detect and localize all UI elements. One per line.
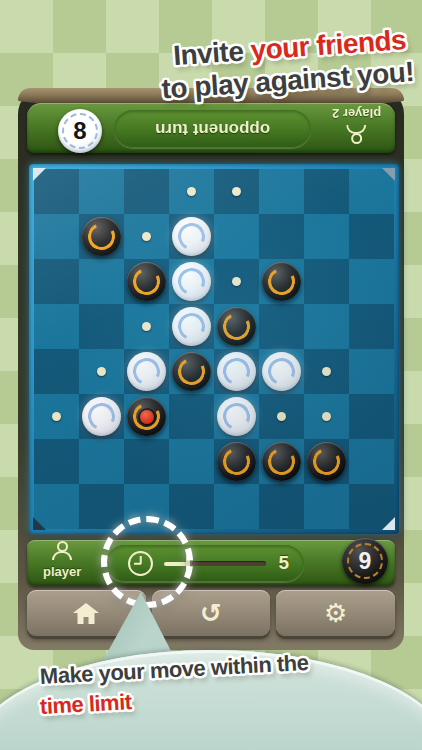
player-bar: player 5 9 — [27, 540, 395, 586]
timer-slider-track[interactable] — [192, 561, 266, 566]
board-cell — [169, 394, 214, 439]
tutorial-highlight-circle — [101, 516, 193, 608]
board-cell — [304, 439, 349, 484]
board-cell — [124, 259, 169, 304]
black-score-badge: 9 — [342, 538, 388, 584]
black-disc — [127, 397, 166, 436]
board-cell — [169, 304, 214, 349]
board-cell — [349, 304, 394, 349]
black-disc — [82, 217, 121, 256]
board-cell — [259, 304, 304, 349]
board-cell — [169, 259, 214, 304]
board-cell[interactable] — [259, 394, 304, 439]
white-score-value: 8 — [73, 117, 86, 145]
board-cell — [79, 394, 124, 439]
undo-icon: ↺ — [200, 598, 222, 628]
opponent-player-block: player 2 — [332, 106, 381, 144]
board-cell[interactable] — [214, 169, 259, 214]
board-cell[interactable] — [214, 259, 259, 304]
timer-value: 5 — [278, 552, 289, 574]
board-cell[interactable] — [124, 304, 169, 349]
black-disc — [307, 442, 346, 481]
board-cell — [79, 439, 124, 484]
white-disc — [262, 352, 301, 391]
turn-indicator-label: opponent turn — [155, 119, 270, 139]
move-hint-dot[interactable] — [52, 412, 61, 421]
board-cell — [34, 349, 79, 394]
board-cell — [259, 439, 304, 484]
bubble-text-line2: time limit — [39, 689, 132, 720]
white-disc — [127, 352, 166, 391]
board-cell[interactable] — [79, 349, 124, 394]
board-cell — [214, 394, 259, 439]
board-cell — [79, 214, 124, 259]
move-hint-dot[interactable] — [142, 232, 151, 241]
board-cell — [79, 259, 124, 304]
board-cell — [124, 439, 169, 484]
board-cell — [169, 349, 214, 394]
settings-button[interactable]: ⚙ — [276, 590, 395, 636]
board-cell — [79, 304, 124, 349]
board-cell — [34, 304, 79, 349]
board-cell — [349, 439, 394, 484]
board-cell — [169, 484, 214, 529]
board-cell — [304, 304, 349, 349]
board-cell — [259, 484, 304, 529]
board-cell — [259, 214, 304, 259]
board-cell — [304, 259, 349, 304]
board-cell[interactable] — [124, 214, 169, 259]
move-hint-dot[interactable] — [187, 187, 196, 196]
board-cell — [214, 214, 259, 259]
board-cell — [124, 349, 169, 394]
player-label: player — [43, 564, 81, 579]
board-cell — [304, 169, 349, 214]
move-hint-dot[interactable] — [232, 187, 241, 196]
move-hint-dot[interactable] — [322, 367, 331, 376]
board-cell — [214, 349, 259, 394]
black-disc — [172, 352, 211, 391]
home-icon — [73, 603, 99, 624]
white-disc — [172, 307, 211, 346]
move-hint-dot[interactable] — [322, 412, 331, 421]
board-cell — [34, 259, 79, 304]
move-hint-dot[interactable] — [277, 412, 286, 421]
board-cell — [169, 214, 214, 259]
black-score-value: 9 — [359, 548, 372, 575]
person-icon — [344, 122, 368, 144]
board-cell — [349, 349, 394, 394]
white-disc — [217, 352, 256, 391]
black-disc — [262, 442, 301, 481]
board-cell — [349, 394, 394, 439]
gear-icon: ⚙ — [324, 598, 347, 628]
board-corner-marker-top-right — [382, 168, 395, 181]
promo-text-dark: Invite — [172, 35, 251, 71]
white-disc — [217, 397, 256, 436]
board-cell[interactable] — [304, 394, 349, 439]
player-block: player — [43, 541, 81, 579]
board-cell — [79, 484, 124, 529]
board-cell — [124, 394, 169, 439]
black-disc — [127, 262, 166, 301]
reversi-board — [29, 164, 399, 534]
board-cell[interactable] — [34, 394, 79, 439]
board-cell — [304, 214, 349, 259]
board-cell[interactable] — [304, 349, 349, 394]
black-disc — [217, 307, 256, 346]
toolbar: ↺ ⚙ — [27, 590, 395, 636]
board-cell — [259, 349, 304, 394]
board-cell — [34, 214, 79, 259]
board-cell — [304, 484, 349, 529]
board-corner-marker-bottom-right — [382, 517, 395, 530]
white-disc — [172, 217, 211, 256]
move-hint-dot[interactable] — [97, 367, 106, 376]
board-cell — [79, 169, 124, 214]
board-cell — [259, 259, 304, 304]
board-cell — [214, 304, 259, 349]
board-cell — [214, 484, 259, 529]
white-score-badge: 8 — [58, 109, 102, 153]
board-cell — [349, 259, 394, 304]
white-disc — [82, 397, 121, 436]
board-corner-marker-top-left — [33, 168, 46, 181]
game-frame: 8 opponent turn player 2 player 5 9 — [18, 88, 404, 650]
board-corner-marker-bottom-left — [33, 517, 46, 530]
board-cell — [259, 169, 304, 214]
app-screenshot: { "game": "reversi", "promo": { "line1_d… — [0, 0, 422, 750]
black-disc — [217, 442, 256, 481]
board-field — [34, 169, 394, 529]
last-move-marker — [140, 410, 154, 424]
board-cell — [214, 439, 259, 484]
turn-indicator-pill: opponent turn — [114, 110, 311, 148]
move-hint-dot[interactable] — [232, 277, 241, 286]
opponent-player-label: player 2 — [332, 106, 381, 121]
board-cell[interactable] — [169, 169, 214, 214]
board-cell — [349, 214, 394, 259]
board-cell — [169, 439, 214, 484]
board-cell — [34, 439, 79, 484]
board-cell — [124, 169, 169, 214]
move-hint-dot[interactable] — [142, 322, 151, 331]
person-icon — [50, 541, 74, 563]
white-disc — [172, 262, 211, 301]
black-disc — [262, 262, 301, 301]
